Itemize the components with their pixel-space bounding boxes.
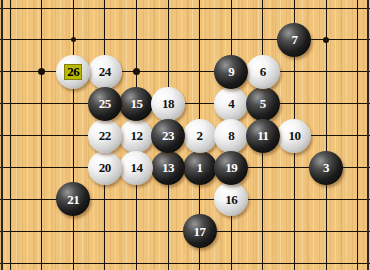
grid-line-horizontal bbox=[0, 39, 370, 40]
board-frame-right bbox=[367, 0, 369, 270]
stone-number: 22 bbox=[99, 128, 111, 143]
stone-number: 1 bbox=[197, 160, 203, 175]
stone-number: 4 bbox=[228, 96, 234, 111]
stone-number: 3 bbox=[323, 160, 329, 175]
grid-line-vertical bbox=[41, 0, 42, 270]
stone-white-12: 12 bbox=[119, 119, 153, 153]
stone-black-21: 21 bbox=[56, 182, 90, 216]
star-point bbox=[71, 37, 76, 42]
go-board[interactable]: 1234567891011121314151617181920212223242… bbox=[0, 0, 370, 270]
grid-line-horizontal bbox=[0, 8, 370, 9]
stone-white-4: 4 bbox=[214, 87, 248, 121]
stone-number: 9 bbox=[228, 64, 234, 79]
stone-number: 19 bbox=[225, 160, 237, 175]
stone-white-6: 6 bbox=[246, 55, 280, 89]
stone-white-10: 10 bbox=[277, 119, 311, 153]
stone-black-19: 19 bbox=[214, 151, 248, 185]
stone-number: 18 bbox=[162, 96, 174, 111]
stone-white-26: 26 bbox=[56, 55, 90, 89]
stone-number: 13 bbox=[162, 160, 174, 175]
stone-white-8: 8 bbox=[214, 119, 248, 153]
stone-white-14: 14 bbox=[119, 151, 153, 185]
stone-black-3: 3 bbox=[309, 151, 343, 185]
star-point bbox=[323, 37, 329, 43]
stone-black-7: 7 bbox=[277, 23, 311, 57]
stone-number: 25 bbox=[99, 96, 111, 111]
grid-line-horizontal bbox=[0, 263, 370, 264]
stone-black-23: 23 bbox=[151, 119, 185, 153]
stone-number: 11 bbox=[257, 128, 268, 143]
stone-number: 24 bbox=[99, 64, 111, 79]
board-frame-left bbox=[1, 0, 3, 270]
stone-white-16: 16 bbox=[214, 182, 248, 216]
last-move-number-highlight: 26 bbox=[64, 64, 82, 80]
stone-black-1: 1 bbox=[183, 151, 217, 185]
stone-number: 23 bbox=[162, 128, 174, 143]
star-point bbox=[38, 68, 45, 75]
stone-black-15: 15 bbox=[119, 87, 153, 121]
stone-black-5: 5 bbox=[246, 87, 280, 121]
stone-black-17: 17 bbox=[183, 214, 217, 248]
stone-number: 7 bbox=[291, 32, 297, 47]
stone-number: 5 bbox=[260, 96, 266, 111]
stone-number: 6 bbox=[260, 64, 266, 79]
grid-line-horizontal bbox=[0, 103, 370, 104]
stone-number: 14 bbox=[130, 160, 142, 175]
stone-black-13: 13 bbox=[151, 151, 185, 185]
grid-line-vertical bbox=[10, 0, 11, 270]
stone-number: 20 bbox=[99, 160, 111, 175]
stone-black-25: 25 bbox=[88, 87, 122, 121]
stone-white-20: 20 bbox=[88, 151, 122, 185]
stone-white-2: 2 bbox=[183, 119, 217, 153]
stone-black-9: 9 bbox=[214, 55, 248, 89]
stone-number: 2 bbox=[197, 128, 203, 143]
stone-number: 16 bbox=[225, 192, 237, 207]
stone-number: 10 bbox=[288, 128, 300, 143]
stone-black-11: 11 bbox=[246, 119, 280, 153]
grid-line-vertical bbox=[357, 0, 358, 270]
stone-number: 8 bbox=[228, 128, 234, 143]
stone-number: 15 bbox=[130, 96, 142, 111]
star-point bbox=[133, 68, 140, 75]
stone-white-24: 24 bbox=[88, 55, 122, 89]
stone-white-22: 22 bbox=[88, 119, 122, 153]
stone-number: 12 bbox=[130, 128, 142, 143]
stone-white-18: 18 bbox=[151, 87, 185, 121]
stone-number: 21 bbox=[67, 192, 79, 207]
stone-number: 17 bbox=[194, 224, 206, 239]
